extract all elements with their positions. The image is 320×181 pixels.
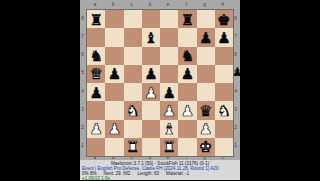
chess-board[interactable]: ♜♜♚♝♟♟♞♞♛♟♟♟♟♟♟♞♟♟♛♞♟♟♝♟♜♜♚: [86, 9, 234, 157]
square-b7[interactable]: [105, 28, 123, 46]
black-rook[interactable]: ♜: [89, 12, 102, 27]
square-b8[interactable]: [105, 10, 123, 28]
file-label-g: g: [196, 2, 214, 7]
square-a8[interactable]: ♜: [87, 10, 105, 28]
square-d8[interactable]: [142, 10, 160, 28]
stats-material: Material: -1: [166, 171, 189, 176]
square-a4[interactable]: ♟: [87, 83, 105, 101]
file-labels-top: abcdefgh: [86, 2, 232, 7]
square-c1[interactable]: ♜: [124, 138, 142, 156]
file-label-h: h: [214, 2, 232, 7]
white-pawn[interactable]: ♟: [144, 85, 157, 100]
square-f6[interactable]: ♞: [178, 47, 196, 65]
square-h7[interactable]: ♟: [215, 28, 233, 46]
square-f5[interactable]: ♟: [178, 65, 196, 83]
rank-label-5: 5: [80, 70, 85, 75]
square-a3[interactable]: [87, 101, 105, 119]
rank-label-6: 6: [80, 52, 85, 57]
letterbox-right: [240, 0, 320, 180]
black-pawn[interactable]: ♟: [217, 30, 230, 45]
white-pawn[interactable]: ♟: [181, 103, 194, 118]
square-b4[interactable]: [105, 83, 123, 101]
square-a2[interactable]: ♟: [87, 120, 105, 138]
video-frame: abcdefgh abcdefgh 87654321 87654321 ♜♜♚♝…: [0, 0, 320, 180]
square-h6[interactable]: [215, 47, 233, 65]
rank-label-1: 1: [80, 143, 85, 148]
square-h4[interactable]: [215, 83, 233, 101]
square-d2[interactable]: [142, 120, 160, 138]
square-d1[interactable]: [142, 138, 160, 156]
black-pawn[interactable]: ♟: [108, 66, 121, 81]
square-g3[interactable]: ♛: [197, 101, 215, 119]
square-g5[interactable]: [197, 65, 215, 83]
file-label-a: a: [86, 2, 104, 7]
square-b2[interactable]: ♟: [105, 120, 123, 138]
square-g1[interactable]: ♚: [197, 138, 215, 156]
white-pawn[interactable]: ♟: [199, 121, 212, 136]
file-label-b: b: [104, 2, 122, 7]
square-f7[interactable]: [178, 28, 196, 46]
square-d5[interactable]: ♟: [142, 65, 160, 83]
square-e6[interactable]: [160, 47, 178, 65]
rank-label-3: 3: [80, 107, 85, 112]
square-h2[interactable]: [215, 120, 233, 138]
square-e8[interactable]: [160, 10, 178, 28]
square-f4[interactable]: [178, 83, 196, 101]
square-g4[interactable]: [197, 83, 215, 101]
square-d6[interactable]: [142, 47, 160, 65]
white-pawn[interactable]: ♟: [162, 103, 175, 118]
black-pawn[interactable]: ♟: [89, 85, 102, 100]
black-pawn[interactable]: ♟: [181, 66, 194, 81]
square-c8[interactable]: [124, 10, 142, 28]
letterbox-left: [0, 0, 80, 180]
white-pawn[interactable]: ♟: [89, 121, 102, 136]
square-f3[interactable]: ♟: [178, 101, 196, 119]
square-e2[interactable]: ♝: [160, 120, 178, 138]
stats-next-move: Next: 29. Nf2: [104, 171, 131, 176]
square-a7[interactable]: [87, 28, 105, 46]
square-g7[interactable]: ♟: [197, 28, 215, 46]
square-c7[interactable]: [124, 28, 142, 46]
square-d3[interactable]: [142, 101, 160, 119]
square-f8[interactable]: ♜: [178, 10, 196, 28]
square-a1[interactable]: [87, 138, 105, 156]
square-c4[interactable]: [124, 83, 142, 101]
black-knight[interactable]: ♞: [181, 48, 194, 63]
square-f1[interactable]: [178, 138, 196, 156]
engine-eval-line: +1.09/22 1.9s: [80, 176, 240, 181]
square-b3[interactable]: [105, 101, 123, 119]
white-rook[interactable]: ♜: [162, 139, 175, 154]
square-g6[interactable]: [197, 47, 215, 65]
rank-label-7: 7: [80, 34, 85, 39]
file-label-f: f: [177, 2, 195, 7]
square-a6[interactable]: ♞: [87, 47, 105, 65]
square-h5[interactable]: [215, 65, 233, 83]
square-e1[interactable]: ♜: [160, 138, 178, 156]
black-king[interactable]: ♚: [217, 12, 230, 27]
black-queen[interactable]: ♛: [199, 103, 212, 118]
white-king[interactable]: ♚: [199, 139, 212, 154]
caption-area: Maelstrom 3.7.1 (50) - StockFish 11 (317…: [80, 160, 240, 180]
square-g8[interactable]: [197, 10, 215, 28]
white-queen[interactable]: ♛: [89, 66, 102, 81]
square-g2[interactable]: ♟: [197, 120, 215, 138]
square-c2[interactable]: [124, 120, 142, 138]
square-h3[interactable]: ♞: [215, 101, 233, 119]
file-label-d: d: [141, 2, 159, 7]
black-pawn[interactable]: ♟: [162, 85, 175, 100]
square-d7[interactable]: ♝: [142, 28, 160, 46]
square-b5[interactable]: ♟: [105, 65, 123, 83]
black-knight[interactable]: ♞: [89, 48, 102, 63]
square-f2[interactable]: [178, 120, 196, 138]
square-b6[interactable]: [105, 47, 123, 65]
square-c3[interactable]: ♞: [124, 101, 142, 119]
stats-length: Length: 60: [137, 171, 159, 176]
rank-label-2: 2: [80, 125, 85, 130]
white-bishop[interactable]: ♝: [162, 121, 175, 136]
white-knight[interactable]: ♞: [217, 103, 230, 118]
file-label-e: e: [159, 2, 177, 7]
file-label-c: c: [123, 2, 141, 7]
white-rook[interactable]: ♜: [126, 139, 139, 154]
square-h8[interactable]: ♚: [215, 10, 233, 28]
square-b1[interactable]: [105, 138, 123, 156]
black-bishop[interactable]: ♝: [144, 30, 157, 45]
rank-labels-left: 87654321: [80, 9, 85, 155]
square-c6[interactable]: [124, 47, 142, 65]
square-h1[interactable]: [215, 138, 233, 156]
square-d4[interactable]: ♟: [142, 83, 160, 101]
stats-progress: 0% 8%: [82, 171, 97, 176]
rank-label-8: 8: [80, 16, 85, 21]
rank-label-4: 4: [80, 89, 85, 94]
black-rook[interactable]: ♜: [181, 12, 194, 27]
square-e7[interactable]: [160, 28, 178, 46]
square-e3[interactable]: ♟: [160, 101, 178, 119]
black-pawn[interactable]: ♟: [144, 66, 157, 81]
black-pawn[interactable]: ♟: [199, 30, 212, 45]
square-e4[interactable]: ♟: [160, 83, 178, 101]
square-c5[interactable]: [124, 65, 142, 83]
white-knight[interactable]: ♞: [126, 103, 139, 118]
chess-panel: abcdefgh abcdefgh 87654321 87654321 ♜♜♚♝…: [80, 0, 240, 180]
square-a5[interactable]: ♛: [87, 65, 105, 83]
white-pawn[interactable]: ♟: [108, 121, 121, 136]
square-e5[interactable]: [160, 65, 178, 83]
